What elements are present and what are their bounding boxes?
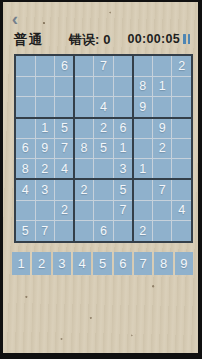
cell-r3c7[interactable]: 9 xyxy=(133,97,152,117)
cell-r2c7[interactable]: 8 xyxy=(133,77,152,97)
pause-icon[interactable] xyxy=(183,34,190,45)
numpad-key-3[interactable]: 3 xyxy=(53,252,71,275)
cell-r4c4[interactable] xyxy=(75,118,94,138)
cell-r3c8[interactable] xyxy=(153,97,172,117)
timer-value: 00:00:05 xyxy=(128,32,180,46)
cell-r5c2[interactable]: 9 xyxy=(36,139,55,159)
difficulty-label: 普通 xyxy=(14,31,43,49)
cell-r1c2[interactable] xyxy=(36,56,55,76)
cell-r8c5[interactable] xyxy=(94,201,113,221)
cell-r5c6[interactable]: 1 xyxy=(114,139,133,159)
numpad-key-1[interactable]: 1 xyxy=(12,252,30,275)
cell-r6c8[interactable] xyxy=(153,159,172,179)
cell-r8c3[interactable]: 2 xyxy=(55,201,74,221)
numpad-key-6[interactable]: 6 xyxy=(114,252,132,275)
cell-r5c7[interactable] xyxy=(133,139,152,159)
cell-r4c9[interactable] xyxy=(172,118,191,138)
cell-r9c2[interactable]: 7 xyxy=(36,221,55,241)
numpad-key-5[interactable]: 5 xyxy=(93,252,111,275)
numpad-key-9[interactable]: 9 xyxy=(175,252,193,275)
cell-r2c8[interactable]: 1 xyxy=(153,77,172,97)
cell-r8c7[interactable] xyxy=(133,201,152,221)
cell-r4c2[interactable]: 1 xyxy=(36,118,55,138)
cell-r8c9[interactable]: 4 xyxy=(172,201,191,221)
cell-r2c4[interactable] xyxy=(75,77,94,97)
cell-r6c4[interactable] xyxy=(75,159,94,179)
cell-r3c6[interactable] xyxy=(114,97,133,117)
numpad-key-7[interactable]: 7 xyxy=(134,252,152,275)
cell-r1c3[interactable]: 6 xyxy=(55,56,74,76)
cell-r2c2[interactable] xyxy=(36,77,55,97)
cell-r4c3[interactable]: 5 xyxy=(55,118,74,138)
cell-r1c8[interactable] xyxy=(153,56,172,76)
cell-r9c8[interactable] xyxy=(153,221,172,241)
cell-r3c2[interactable] xyxy=(36,97,55,117)
back-button[interactable]: ‹ xyxy=(7,10,23,28)
cell-r1c7[interactable] xyxy=(133,56,152,76)
timer-area: 00:00:05 xyxy=(128,32,190,46)
cell-r6c3[interactable]: 4 xyxy=(55,159,74,179)
cell-r7c4[interactable]: 2 xyxy=(75,180,94,200)
number-pad: 123456789 xyxy=(12,252,193,275)
cell-r6c2[interactable]: 2 xyxy=(36,159,55,179)
cell-r2c6[interactable] xyxy=(114,77,133,97)
cell-r7c9[interactable] xyxy=(172,180,191,200)
paper-background: ‹ 普通 错误:0 00:00:05 672814915269697851282… xyxy=(3,2,198,353)
cell-r8c2[interactable] xyxy=(36,201,55,221)
cell-r4c5[interactable]: 2 xyxy=(94,118,113,138)
sudoku-board: 672814915269697851282431432572745762 xyxy=(14,54,193,243)
cell-r6c1[interactable]: 8 xyxy=(16,159,35,179)
cell-r1c9[interactable]: 2 xyxy=(172,56,191,76)
cell-r3c9[interactable] xyxy=(172,97,191,117)
cell-r9c5[interactable]: 6 xyxy=(94,221,113,241)
cell-r8c8[interactable] xyxy=(153,201,172,221)
cell-r1c1[interactable] xyxy=(16,56,35,76)
cell-r7c5[interactable] xyxy=(94,180,113,200)
cell-r3c5[interactable]: 4 xyxy=(94,97,113,117)
cell-r7c8[interactable]: 7 xyxy=(153,180,172,200)
cell-r4c8[interactable]: 9 xyxy=(153,118,172,138)
cell-r5c3[interactable]: 7 xyxy=(55,139,74,159)
cell-r6c9[interactable] xyxy=(172,159,191,179)
cell-r7c3[interactable] xyxy=(55,180,74,200)
cell-r2c1[interactable] xyxy=(16,77,35,97)
cell-r9c4[interactable] xyxy=(75,221,94,241)
cell-r7c1[interactable]: 4 xyxy=(16,180,35,200)
cell-r1c4[interactable] xyxy=(75,56,94,76)
errors-value: 0 xyxy=(103,32,110,47)
cell-r3c1[interactable] xyxy=(16,97,35,117)
cell-r3c3[interactable] xyxy=(55,97,74,117)
cell-r6c6[interactable]: 3 xyxy=(114,159,133,179)
errors-counter: 错误:0 xyxy=(69,31,111,49)
cell-r7c6[interactable]: 5 xyxy=(114,180,133,200)
cell-r5c4[interactable]: 8 xyxy=(75,139,94,159)
cell-r7c7[interactable] xyxy=(133,180,152,200)
cell-r9c7[interactable]: 2 xyxy=(133,221,152,241)
cell-r3c4[interactable] xyxy=(75,97,94,117)
cell-r8c4[interactable] xyxy=(75,201,94,221)
numpad-key-2[interactable]: 2 xyxy=(32,252,50,275)
cell-r5c9[interactable] xyxy=(172,139,191,159)
cell-r2c9[interactable] xyxy=(172,77,191,97)
numpad-key-4[interactable]: 4 xyxy=(73,252,91,275)
numpad-key-8[interactable]: 8 xyxy=(154,252,172,275)
cell-r5c8[interactable]: 2 xyxy=(153,139,172,159)
cell-r9c3[interactable] xyxy=(55,221,74,241)
cell-r8c1[interactable] xyxy=(16,201,35,221)
cell-r6c7[interactable]: 1 xyxy=(133,159,152,179)
cell-r2c5[interactable] xyxy=(94,77,113,97)
cell-r5c1[interactable]: 6 xyxy=(16,139,35,159)
cell-r1c5[interactable]: 7 xyxy=(94,56,113,76)
cell-r6c5[interactable] xyxy=(94,159,113,179)
cell-r8c6[interactable]: 7 xyxy=(114,201,133,221)
cell-r2c3[interactable] xyxy=(55,77,74,97)
cell-r9c9[interactable] xyxy=(172,221,191,241)
cell-r4c7[interactable] xyxy=(133,118,152,138)
app-window: ‹ 普通 错误:0 00:00:05 672814915269697851282… xyxy=(0,0,202,359)
cell-r4c6[interactable]: 6 xyxy=(114,118,133,138)
cell-r9c6[interactable] xyxy=(114,221,133,241)
errors-label: 错误: xyxy=(69,32,99,47)
cell-r7c2[interactable]: 3 xyxy=(36,180,55,200)
cell-r5c5[interactable]: 5 xyxy=(94,139,113,159)
cell-r1c6[interactable] xyxy=(114,56,133,76)
cell-r9c1[interactable]: 5 xyxy=(16,221,35,241)
cell-r4c1[interactable] xyxy=(16,118,35,138)
